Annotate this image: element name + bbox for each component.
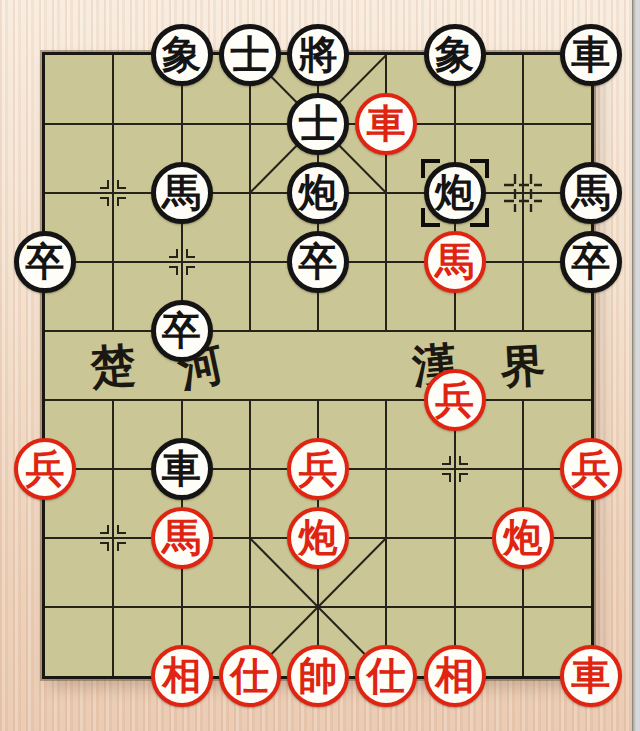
piece-red-cannon[interactable]: 炮 <box>492 507 554 569</box>
piece-glyph: 兵 <box>435 380 474 419</box>
piece-black-horse[interactable]: 馬 <box>560 162 622 224</box>
piece-red-pawn[interactable]: 兵 <box>560 438 622 500</box>
piece-glyph: 仕 <box>367 656 406 695</box>
piece-glyph: 卒 <box>572 242 611 281</box>
piece-red-advisor[interactable]: 仕 <box>219 645 281 707</box>
selection-bracket <box>470 159 489 178</box>
piece-red-pawn[interactable]: 兵 <box>14 438 76 500</box>
piece-glyph: 馬 <box>162 173 201 212</box>
piece-black-elephant[interactable]: 象 <box>424 24 486 86</box>
piece-black-rook[interactable]: 車 <box>151 438 213 500</box>
piece-red-general[interactable]: 帥 <box>287 645 349 707</box>
piece-red-advisor[interactable]: 仕 <box>355 645 417 707</box>
piece-glyph: 士 <box>230 35 269 74</box>
piece-glyph: 馬 <box>162 518 201 557</box>
piece-glyph: 炮 <box>299 518 338 557</box>
piece-red-horse[interactable]: 馬 <box>424 231 486 293</box>
piece-red-cannon[interactable]: 炮 <box>287 507 349 569</box>
piece-black-rook[interactable]: 車 <box>560 24 622 86</box>
river-text-jie: 界 <box>499 342 546 389</box>
piece-red-horse[interactable]: 馬 <box>151 507 213 569</box>
selection-bracket <box>470 208 489 227</box>
piece-red-elephant[interactable]: 相 <box>424 645 486 707</box>
piece-glyph: 象 <box>162 35 201 74</box>
piece-glyph: 卒 <box>26 242 65 281</box>
piece-glyph: 兵 <box>26 449 65 488</box>
piece-black-advisor[interactable]: 士 <box>219 24 281 86</box>
piece-glyph: 帥 <box>299 656 338 695</box>
piece-glyph: 兵 <box>572 449 611 488</box>
piece-glyph: 炮 <box>435 173 474 212</box>
piece-glyph: 相 <box>162 656 201 695</box>
piece-red-rook[interactable]: 車 <box>355 93 417 155</box>
piece-glyph: 卒 <box>162 311 201 350</box>
piece-black-advisor[interactable]: 士 <box>287 93 349 155</box>
piece-black-pawn[interactable]: 卒 <box>14 231 76 293</box>
star-point-marker <box>91 516 135 560</box>
piece-black-pawn[interactable]: 卒 <box>560 231 622 293</box>
piece-glyph: 馬 <box>435 242 474 281</box>
piece-glyph: 將 <box>299 35 338 74</box>
piece-black-elephant[interactable]: 象 <box>151 24 213 86</box>
river-text-chu: 楚 <box>89 342 137 390</box>
star-point-marker <box>433 447 477 491</box>
piece-red-pawn[interactable]: 兵 <box>424 369 486 431</box>
piece-glyph: 兵 <box>299 449 338 488</box>
piece-glyph: 象 <box>435 35 474 74</box>
piece-glyph: 士 <box>299 104 338 143</box>
piece-black-pawn[interactable]: 卒 <box>151 300 213 362</box>
piece-glyph: 相 <box>435 656 474 695</box>
xiangqi-board[interactable]: 楚 河 漢 界 象士將象車士車馬炮炮馬卒卒馬卒卒兵兵車兵兵馬炮炮相仕帥仕相車 <box>42 52 594 679</box>
piece-glyph: 車 <box>572 35 611 74</box>
xiangqi-app: 楚 河 漢 界 象士將象車士車馬炮炮馬卒卒馬卒卒兵兵車兵兵馬炮炮相仕帥仕相車 <box>0 0 640 731</box>
piece-glyph: 車 <box>162 449 201 488</box>
selection-bracket <box>421 208 440 227</box>
piece-glyph: 卒 <box>299 242 338 281</box>
piece-red-pawn[interactable]: 兵 <box>287 438 349 500</box>
piece-black-cannon[interactable]: 炮 <box>287 162 349 224</box>
piece-red-elephant[interactable]: 相 <box>151 645 213 707</box>
piece-glyph: 炮 <box>503 518 542 557</box>
piece-black-horse[interactable]: 馬 <box>151 162 213 224</box>
piece-glyph: 車 <box>367 104 406 143</box>
screen-edge-strip <box>632 0 640 731</box>
selection-bracket <box>421 159 440 178</box>
piece-red-rook[interactable]: 車 <box>560 645 622 707</box>
piece-glyph: 仕 <box>230 656 269 695</box>
star-point-marker <box>91 171 135 215</box>
piece-glyph: 車 <box>572 656 611 695</box>
star-point-marker <box>160 240 204 284</box>
piece-black-general[interactable]: 將 <box>287 24 349 86</box>
piece-black-cannon[interactable]: 炮 <box>424 162 486 224</box>
piece-black-pawn[interactable]: 卒 <box>287 231 349 293</box>
piece-glyph: 炮 <box>299 173 338 212</box>
piece-glyph: 馬 <box>572 173 611 212</box>
move-origin-marker <box>501 171 545 215</box>
